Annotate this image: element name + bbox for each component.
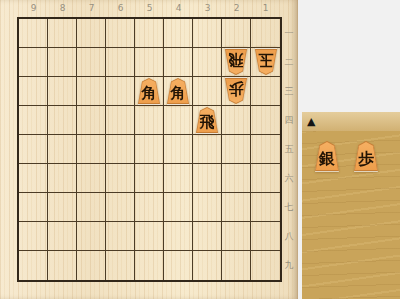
square-59[interactable]: [135, 251, 164, 280]
koma-kanji: 歩: [224, 78, 248, 100]
square-28[interactable]: [222, 222, 251, 251]
koma-sente-kaku[interactable]: 角: [137, 78, 161, 104]
square-92[interactable]: [19, 48, 48, 77]
koma-kanji: 角: [137, 82, 161, 104]
square-74[interactable]: [77, 106, 106, 135]
square-65[interactable]: [106, 135, 135, 164]
file-label-6: 6: [106, 3, 135, 13]
square-11[interactable]: [251, 19, 280, 48]
square-12[interactable]: 玉: [251, 48, 280, 77]
koma-gote-fu[interactable]: 歩: [224, 78, 248, 104]
square-72[interactable]: [77, 48, 106, 77]
square-83[interactable]: [48, 77, 77, 106]
komadai-body: 銀歩: [302, 131, 400, 299]
square-49[interactable]: [164, 251, 193, 280]
square-43[interactable]: 角: [164, 77, 193, 106]
board-grid: 飛玉角角歩飛: [17, 17, 282, 282]
rank-label-4: 四: [281, 106, 297, 135]
hand-pieces: 銀歩: [302, 131, 400, 171]
file-labels: 987654321: [19, 3, 280, 13]
square-44[interactable]: [164, 106, 193, 135]
koma-kanji: 飛: [195, 111, 219, 133]
square-36[interactable]: [193, 164, 222, 193]
rank-label-9: 九: [281, 251, 297, 280]
square-93[interactable]: [19, 77, 48, 106]
square-41[interactable]: [164, 19, 193, 48]
square-55[interactable]: [135, 135, 164, 164]
square-35[interactable]: [193, 135, 222, 164]
square-31[interactable]: [193, 19, 222, 48]
square-19[interactable]: [251, 251, 280, 280]
square-47[interactable]: [164, 193, 193, 222]
square-95[interactable]: [19, 135, 48, 164]
rank-label-2: 二: [281, 48, 297, 77]
square-46[interactable]: [164, 164, 193, 193]
square-15[interactable]: [251, 135, 280, 164]
komadai-panel: ▲ 銀歩: [302, 112, 400, 299]
file-label-3: 3: [193, 3, 222, 13]
rank-label-5: 五: [281, 135, 297, 164]
hand-koma-sente-gin[interactable]: 銀: [314, 141, 340, 171]
file-label-8: 8: [48, 3, 77, 13]
komadai-header: ▲: [302, 112, 400, 131]
square-18[interactable]: [251, 222, 280, 251]
square-85[interactable]: [48, 135, 77, 164]
square-26[interactable]: [222, 164, 251, 193]
square-33[interactable]: [193, 77, 222, 106]
rank-label-3: 三: [281, 77, 297, 106]
square-82[interactable]: [48, 48, 77, 77]
square-84[interactable]: [48, 106, 77, 135]
square-37[interactable]: [193, 193, 222, 222]
shogi-board: 987654321 一二三四五六七八九 飛玉角角歩飛: [0, 0, 298, 299]
square-98[interactable]: [19, 222, 48, 251]
koma-kanji: 玉: [254, 49, 278, 71]
square-57[interactable]: [135, 193, 164, 222]
square-22[interactable]: 飛: [222, 48, 251, 77]
square-77[interactable]: [77, 193, 106, 222]
sente-marker: ▲: [307, 115, 315, 128]
square-23[interactable]: 歩: [222, 77, 251, 106]
rank-label-1: 一: [281, 19, 297, 48]
square-61[interactable]: [106, 19, 135, 48]
file-label-5: 5: [135, 3, 164, 13]
square-34[interactable]: 飛: [193, 106, 222, 135]
square-71[interactable]: [77, 19, 106, 48]
file-label-1: 1: [251, 3, 280, 13]
rank-label-8: 八: [281, 222, 297, 251]
rank-label-6: 六: [281, 164, 297, 193]
square-32[interactable]: [193, 48, 222, 77]
square-54[interactable]: [135, 106, 164, 135]
koma-gote-hisha[interactable]: 飛: [224, 49, 248, 75]
square-38[interactable]: [193, 222, 222, 251]
square-24[interactable]: [222, 106, 251, 135]
square-64[interactable]: [106, 106, 135, 135]
square-52[interactable]: [135, 48, 164, 77]
square-39[interactable]: [193, 251, 222, 280]
square-58[interactable]: [135, 222, 164, 251]
square-53[interactable]: 角: [135, 77, 164, 106]
square-42[interactable]: [164, 48, 193, 77]
koma-kanji: 飛: [224, 49, 248, 71]
square-81[interactable]: [48, 19, 77, 48]
square-45[interactable]: [164, 135, 193, 164]
square-14[interactable]: [251, 106, 280, 135]
square-69[interactable]: [106, 251, 135, 280]
file-label-9: 9: [19, 3, 48, 13]
square-78[interactable]: [77, 222, 106, 251]
square-79[interactable]: [77, 251, 106, 280]
square-51[interactable]: [135, 19, 164, 48]
square-76[interactable]: [77, 164, 106, 193]
square-63[interactable]: [106, 77, 135, 106]
square-27[interactable]: [222, 193, 251, 222]
koma-kanji: 角: [166, 82, 190, 104]
square-21[interactable]: [222, 19, 251, 48]
square-67[interactable]: [106, 193, 135, 222]
square-94[interactable]: [19, 106, 48, 135]
square-13[interactable]: [251, 77, 280, 106]
square-73[interactable]: [77, 77, 106, 106]
square-91[interactable]: [19, 19, 48, 48]
square-86[interactable]: [48, 164, 77, 193]
square-29[interactable]: [222, 251, 251, 280]
square-17[interactable]: [251, 193, 280, 222]
square-88[interactable]: [48, 222, 77, 251]
rank-labels: 一二三四五六七八九: [281, 19, 297, 280]
square-99[interactable]: [19, 251, 48, 280]
square-56[interactable]: [135, 164, 164, 193]
file-label-2: 2: [222, 3, 251, 13]
square-66[interactable]: [106, 164, 135, 193]
koma-gote-gyoku[interactable]: 玉: [254, 49, 278, 75]
square-96[interactable]: [19, 164, 48, 193]
koma-kanji: 歩: [353, 146, 379, 171]
shogi-app: 987654321 一二三四五六七八九 飛玉角角歩飛 ▲ 銀歩: [0, 0, 400, 299]
file-label-4: 4: [164, 3, 193, 13]
koma-kanji: 銀: [314, 146, 340, 171]
square-75[interactable]: [77, 135, 106, 164]
square-89[interactable]: [48, 251, 77, 280]
rank-label-7: 七: [281, 193, 297, 222]
koma-sente-kaku[interactable]: 角: [166, 78, 190, 104]
square-48[interactable]: [164, 222, 193, 251]
file-label-7: 7: [77, 3, 106, 13]
square-68[interactable]: [106, 222, 135, 251]
square-87[interactable]: [48, 193, 77, 222]
hand-koma-sente-fu[interactable]: 歩: [353, 141, 379, 171]
square-62[interactable]: [106, 48, 135, 77]
square-97[interactable]: [19, 193, 48, 222]
square-25[interactable]: [222, 135, 251, 164]
koma-sente-hisha[interactable]: 飛: [195, 107, 219, 133]
square-16[interactable]: [251, 164, 280, 193]
